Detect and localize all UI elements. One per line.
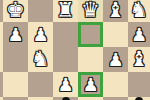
square[interactable] bbox=[78, 97, 103, 100]
square[interactable] bbox=[53, 22, 78, 47]
square[interactable] bbox=[28, 97, 53, 100]
white-pawn-piece: ♟ bbox=[32, 26, 48, 44]
square[interactable] bbox=[103, 22, 128, 47]
square[interactable] bbox=[28, 72, 53, 97]
square[interactable] bbox=[53, 47, 78, 72]
square[interactable]: ♟ bbox=[3, 22, 28, 47]
white-pawn-piece: ♟ bbox=[57, 76, 73, 94]
square[interactable] bbox=[78, 47, 103, 72]
highlighted-square[interactable] bbox=[78, 22, 103, 47]
white-knight-piece: ♞ bbox=[31, 49, 50, 70]
square[interactable]: ♞ bbox=[28, 47, 53, 72]
square[interactable]: ♚ bbox=[3, 0, 28, 22]
white-bishop-piece: ♝ bbox=[130, 49, 149, 70]
black-piece-tip bbox=[62, 97, 70, 100]
square[interactable]: ♝ bbox=[128, 47, 150, 72]
square[interactable]: ♟ bbox=[28, 22, 53, 47]
square[interactable] bbox=[103, 72, 128, 97]
white-knight-piece: ♞ bbox=[130, 0, 149, 21]
square[interactable] bbox=[53, 97, 78, 100]
square[interactable]: ♞ bbox=[128, 0, 150, 22]
black-piece-tip bbox=[135, 97, 143, 100]
white-pawn-piece: ♟ bbox=[7, 26, 23, 44]
white-bishop-piece: ♝ bbox=[106, 0, 125, 21]
square[interactable] bbox=[128, 97, 150, 100]
square[interactable]: ♜ bbox=[53, 0, 78, 22]
highlighted-square[interactable]: ♟ bbox=[78, 72, 103, 97]
square[interactable] bbox=[128, 72, 150, 97]
square[interactable]: ♟ bbox=[53, 72, 78, 97]
white-rook-piece: ♜ bbox=[56, 0, 75, 21]
white-queen-piece: ♛ bbox=[81, 0, 100, 21]
square[interactable]: ♟ bbox=[103, 47, 128, 72]
square[interactable]: ♛ bbox=[78, 0, 103, 22]
square[interactable]: ♟ bbox=[128, 22, 150, 47]
white-pawn-piece: ♟ bbox=[107, 51, 123, 69]
square[interactable] bbox=[3, 47, 28, 72]
white-pawn-piece: ♟ bbox=[131, 26, 147, 44]
chess-board: ♚♜♛♝♞♟♟♟♞♟♝♟♟ bbox=[0, 0, 150, 100]
square[interactable] bbox=[103, 97, 128, 100]
square[interactable]: ♝ bbox=[103, 0, 128, 22]
white-pawn-piece: ♟ bbox=[82, 76, 98, 94]
square[interactable] bbox=[3, 97, 28, 100]
square[interactable] bbox=[28, 0, 53, 22]
white-king-piece: ♚ bbox=[6, 0, 25, 21]
square[interactable] bbox=[3, 72, 28, 97]
